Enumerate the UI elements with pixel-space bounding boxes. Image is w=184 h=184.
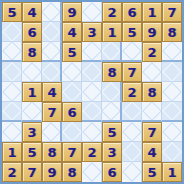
cell-r9c3: 9 [42, 162, 62, 182]
cell-r5c1[interactable] [2, 82, 22, 102]
cell-r3c6[interactable] [102, 42, 122, 62]
cell-r2c2: 6 [22, 22, 42, 42]
cell-r6c4: 6 [62, 102, 82, 122]
cell-r9c9: 1 [162, 162, 182, 182]
cell-r7c8: 7 [142, 122, 162, 142]
cell-r4c5[interactable] [82, 62, 102, 82]
cell-r6c7[interactable] [122, 102, 142, 122]
cell-r6c1[interactable] [2, 102, 22, 122]
cell-r1c6: 2 [102, 2, 122, 22]
cell-r8c9[interactable] [162, 142, 182, 162]
cell-r9c2: 7 [22, 162, 42, 182]
cell-r3c5[interactable] [82, 42, 102, 62]
cell-r3c1[interactable] [2, 42, 22, 62]
cell-r1c7: 6 [122, 2, 142, 22]
cell-r5c7: 2 [122, 82, 142, 102]
cell-r7c5[interactable] [82, 122, 102, 142]
cell-r6c3: 7 [42, 102, 62, 122]
cell-r4c7: 7 [122, 62, 142, 82]
cell-r4c2[interactable] [22, 62, 42, 82]
cell-r5c9[interactable] [162, 82, 182, 102]
cell-r5c5[interactable] [82, 82, 102, 102]
cell-r3c7[interactable] [122, 42, 142, 62]
cell-r5c2: 1 [22, 82, 42, 102]
cell-r4c3[interactable] [42, 62, 62, 82]
cell-r1c1: 5 [2, 2, 22, 22]
cell-r1c9: 7 [162, 2, 182, 22]
cell-r9c8: 5 [142, 162, 162, 182]
cell-r8c5: 2 [82, 142, 102, 162]
cell-r7c9[interactable] [162, 122, 182, 142]
cell-r7c6: 5 [102, 122, 122, 142]
cell-r9c4: 8 [62, 162, 82, 182]
cell-r3c9[interactable] [162, 42, 182, 62]
cell-r4c4[interactable] [62, 62, 82, 82]
cell-r2c9: 8 [162, 22, 182, 42]
cell-r5c8: 8 [142, 82, 162, 102]
cell-r5c3: 4 [42, 82, 62, 102]
cell-r3c8: 2 [142, 42, 162, 62]
cell-r2c5: 3 [82, 22, 102, 42]
cell-r5c6[interactable] [102, 82, 122, 102]
cell-r4c6: 8 [102, 62, 122, 82]
cell-r6c8[interactable] [142, 102, 162, 122]
cell-r9c6: 6 [102, 162, 122, 182]
cell-r6c9[interactable] [162, 102, 182, 122]
sudoku-board: 5492617643159885287142876357158723427986… [0, 0, 184, 184]
cell-r8c6: 3 [102, 142, 122, 162]
cell-r2c4: 4 [62, 22, 82, 42]
cell-r6c5[interactable] [82, 102, 102, 122]
cell-r1c3[interactable] [42, 2, 62, 22]
cell-r7c1[interactable] [2, 122, 22, 142]
cell-r7c7[interactable] [122, 122, 142, 142]
cell-r9c7[interactable] [122, 162, 142, 182]
cell-r3c2: 8 [22, 42, 42, 62]
cell-r7c4[interactable] [62, 122, 82, 142]
cell-r1c2: 4 [22, 2, 42, 22]
cell-r8c7[interactable] [122, 142, 142, 162]
cell-r1c5[interactable] [82, 2, 102, 22]
cell-r3c3[interactable] [42, 42, 62, 62]
cell-r1c4: 9 [62, 2, 82, 22]
cell-r6c2[interactable] [22, 102, 42, 122]
cell-r8c3: 8 [42, 142, 62, 162]
cell-r5c4[interactable] [62, 82, 82, 102]
cell-r7c2: 3 [22, 122, 42, 142]
cell-r4c9[interactable] [162, 62, 182, 82]
cell-r2c6: 1 [102, 22, 122, 42]
cell-r4c1[interactable] [2, 62, 22, 82]
cell-r6c6[interactable] [102, 102, 122, 122]
cell-r2c1[interactable] [2, 22, 22, 42]
cell-r9c5[interactable] [82, 162, 102, 182]
cell-r8c1: 1 [2, 142, 22, 162]
cell-r3c4: 5 [62, 42, 82, 62]
cell-r2c3[interactable] [42, 22, 62, 42]
cell-r8c2: 5 [22, 142, 42, 162]
cell-r8c8: 4 [142, 142, 162, 162]
cell-r8c4: 7 [62, 142, 82, 162]
cell-r2c8: 9 [142, 22, 162, 42]
cell-r1c8: 1 [142, 2, 162, 22]
cell-r9c1: 2 [2, 162, 22, 182]
cell-r4c8[interactable] [142, 62, 162, 82]
cell-r7c3[interactable] [42, 122, 62, 142]
cell-r2c7: 5 [122, 22, 142, 42]
